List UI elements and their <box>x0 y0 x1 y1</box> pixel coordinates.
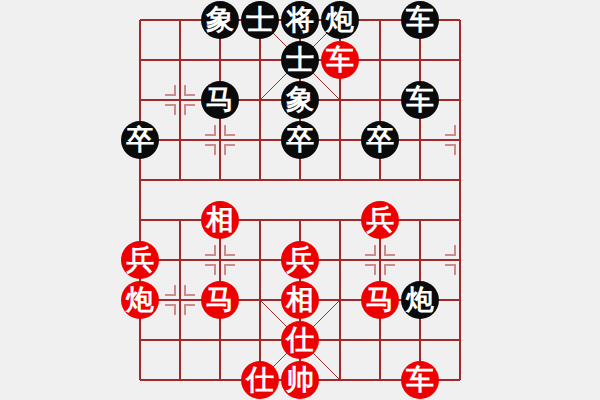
board-point-6-1[interactable] <box>360 40 400 80</box>
board-point-0-7[interactable]: 炮 <box>120 280 160 320</box>
board-point-1-1[interactable] <box>160 40 200 80</box>
red-chariot[interactable]: 车 <box>321 41 359 79</box>
board-point-3-2[interactable] <box>240 80 280 120</box>
board-point-5-8[interactable] <box>320 320 360 360</box>
board-point-2-3[interactable] <box>200 120 240 160</box>
red-advisor[interactable]: 仕 <box>241 361 279 399</box>
board-point-8-1[interactable] <box>440 40 480 80</box>
board-point-5-6[interactable] <box>320 240 360 280</box>
board-point-4-2[interactable]: 象 <box>280 80 320 120</box>
xiangqi-board: 象士将炮车士车马象车卒卒卒相兵兵兵炮马相马炮仕仕帅车 <box>0 0 600 400</box>
red-cannon[interactable]: 炮 <box>121 281 159 319</box>
board-point-4-9[interactable]: 帅 <box>280 360 320 400</box>
board-point-2-9[interactable] <box>200 360 240 400</box>
board-point-0-5[interactable] <box>120 200 160 240</box>
board-point-3-6[interactable] <box>240 240 280 280</box>
red-elephant[interactable]: 相 <box>281 281 319 319</box>
black-soldier[interactable]: 卒 <box>281 121 319 159</box>
board-point-7-8[interactable] <box>400 320 440 360</box>
board-point-2-7[interactable]: 马 <box>200 280 240 320</box>
board-point-1-8[interactable] <box>160 320 200 360</box>
red-soldier[interactable]: 兵 <box>281 241 319 279</box>
board-point-0-1[interactable] <box>120 40 160 80</box>
board-point-2-4[interactable] <box>200 160 240 200</box>
board-point-5-5[interactable] <box>320 200 360 240</box>
board-point-2-0[interactable]: 象 <box>200 0 240 40</box>
board-point-6-2[interactable] <box>360 80 400 120</box>
board-point-1-2[interactable] <box>160 80 200 120</box>
black-advisor[interactable]: 士 <box>281 41 319 79</box>
board-point-3-9[interactable]: 仕 <box>240 360 280 400</box>
black-chariot[interactable]: 车 <box>401 1 439 39</box>
board-point-8-9[interactable] <box>440 360 480 400</box>
board-point-0-9[interactable] <box>120 360 160 400</box>
board-point-1-5[interactable] <box>160 200 200 240</box>
board-point-6-3[interactable]: 卒 <box>360 120 400 160</box>
board-point-7-6[interactable] <box>400 240 440 280</box>
board-grid: 象士将炮车士车马象车卒卒卒相兵兵兵炮马相马炮仕仕帅车 <box>120 0 480 400</box>
red-horse[interactable]: 马 <box>201 281 239 319</box>
board-point-7-4[interactable] <box>400 160 440 200</box>
board-point-4-4[interactable] <box>280 160 320 200</box>
board-point-7-9[interactable]: 车 <box>400 360 440 400</box>
board-point-1-7[interactable] <box>160 280 200 320</box>
board-point-5-2[interactable] <box>320 80 360 120</box>
board-point-6-4[interactable] <box>360 160 400 200</box>
black-elephant[interactable]: 象 <box>201 1 239 39</box>
board-point-6-9[interactable] <box>360 360 400 400</box>
board-point-2-2[interactable]: 马 <box>200 80 240 120</box>
board-point-0-8[interactable] <box>120 320 160 360</box>
board-point-8-6[interactable] <box>440 240 480 280</box>
board-point-4-6[interactable]: 兵 <box>280 240 320 280</box>
red-elephant[interactable]: 相 <box>201 201 239 239</box>
board-point-1-4[interactable] <box>160 160 200 200</box>
red-soldier[interactable]: 兵 <box>121 241 159 279</box>
board-point-3-7[interactable] <box>240 280 280 320</box>
board-point-4-0[interactable]: 将 <box>280 0 320 40</box>
board-point-2-6[interactable] <box>200 240 240 280</box>
black-elephant[interactable]: 象 <box>281 81 319 119</box>
board-point-5-1[interactable]: 车 <box>320 40 360 80</box>
red-soldier[interactable]: 兵 <box>361 201 399 239</box>
board-point-6-0[interactable] <box>360 0 400 40</box>
board-point-7-5[interactable] <box>400 200 440 240</box>
board-point-5-4[interactable] <box>320 160 360 200</box>
board-point-0-6[interactable]: 兵 <box>120 240 160 280</box>
board-point-8-5[interactable] <box>440 200 480 240</box>
board-point-3-0[interactable]: 士 <box>240 0 280 40</box>
board-point-4-3[interactable]: 卒 <box>280 120 320 160</box>
board-point-7-7[interactable]: 炮 <box>400 280 440 320</box>
board-point-0-2[interactable] <box>120 80 160 120</box>
red-general[interactable]: 帅 <box>281 361 319 399</box>
board-point-8-7[interactable] <box>440 280 480 320</box>
board-point-3-4[interactable] <box>240 160 280 200</box>
board-point-3-8[interactable] <box>240 320 280 360</box>
board-point-6-7[interactable]: 马 <box>360 280 400 320</box>
board-point-4-1[interactable]: 士 <box>280 40 320 80</box>
black-soldier[interactable]: 卒 <box>361 121 399 159</box>
board-point-1-3[interactable] <box>160 120 200 160</box>
board-point-2-5[interactable]: 相 <box>200 200 240 240</box>
red-advisor[interactable]: 仕 <box>281 321 319 359</box>
board-point-0-3[interactable]: 卒 <box>120 120 160 160</box>
board-point-5-0[interactable]: 炮 <box>320 0 360 40</box>
board-point-7-2[interactable]: 车 <box>400 80 440 120</box>
board-point-8-8[interactable] <box>440 320 480 360</box>
board-point-1-0[interactable] <box>160 0 200 40</box>
board-point-1-9[interactable] <box>160 360 200 400</box>
board-point-7-0[interactable]: 车 <box>400 0 440 40</box>
board-point-4-8[interactable]: 仕 <box>280 320 320 360</box>
board-point-1-6[interactable] <box>160 240 200 280</box>
black-chariot[interactable]: 车 <box>401 81 439 119</box>
board-point-0-0[interactable] <box>120 0 160 40</box>
board-point-6-8[interactable] <box>360 320 400 360</box>
black-advisor[interactable]: 士 <box>241 1 279 39</box>
board-point-6-6[interactable] <box>360 240 400 280</box>
board-point-7-3[interactable] <box>400 120 440 160</box>
board-point-8-3[interactable] <box>440 120 480 160</box>
board-point-6-5[interactable]: 兵 <box>360 200 400 240</box>
red-horse[interactable]: 马 <box>361 281 399 319</box>
board-point-5-7[interactable] <box>320 280 360 320</box>
board-point-8-2[interactable] <box>440 80 480 120</box>
black-general[interactable]: 将 <box>281 1 319 39</box>
board-point-7-1[interactable] <box>400 40 440 80</box>
black-horse[interactable]: 马 <box>201 81 239 119</box>
board-point-4-7[interactable]: 相 <box>280 280 320 320</box>
board-point-2-1[interactable] <box>200 40 240 80</box>
board-point-5-9[interactable] <box>320 360 360 400</box>
black-cannon[interactable]: 炮 <box>321 1 359 39</box>
board-point-3-3[interactable] <box>240 120 280 160</box>
board-point-8-0[interactable] <box>440 0 480 40</box>
board-point-3-1[interactable] <box>240 40 280 80</box>
black-cannon[interactable]: 炮 <box>401 281 439 319</box>
board-point-5-3[interactable] <box>320 120 360 160</box>
board-point-4-5[interactable] <box>280 200 320 240</box>
red-chariot[interactable]: 车 <box>401 361 439 399</box>
board-point-8-4[interactable] <box>440 160 480 200</box>
board-point-2-8[interactable] <box>200 320 240 360</box>
board-point-3-5[interactable] <box>240 200 280 240</box>
black-soldier[interactable]: 卒 <box>121 121 159 159</box>
board-point-0-4[interactable] <box>120 160 160 200</box>
